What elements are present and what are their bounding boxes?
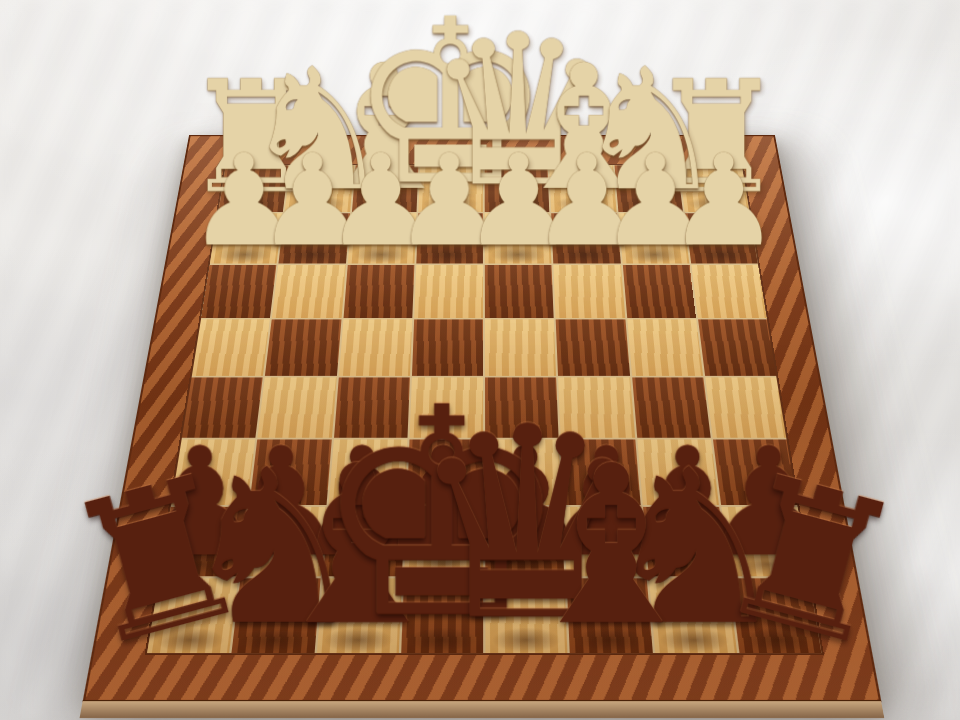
square-d1[interactable]: ♛ [485, 165, 550, 212]
square-e2[interactable]: ♟ [416, 213, 483, 263]
square-e3[interactable] [414, 265, 483, 318]
white-queen[interactable]: ♛ [423, 12, 610, 211]
square-h2[interactable]: ♟ [210, 213, 283, 263]
square-b3[interactable] [622, 265, 695, 318]
white-rook[interactable]: ♜ [648, 64, 786, 211]
piece-contact-shadow [625, 246, 685, 263]
square-c3[interactable] [554, 265, 625, 318]
square-h4[interactable] [192, 319, 270, 376]
piece-contact-shadow [686, 196, 745, 212]
white-pawn[interactable]: ♟ [256, 142, 369, 262]
square-a1[interactable]: ♜ [679, 165, 750, 212]
white-pawn[interactable]: ♟ [599, 142, 712, 262]
white-bishop[interactable]: ♝ [506, 47, 661, 211]
piece-contact-shadow [489, 196, 546, 212]
black-bishop[interactable]: ♝ [513, 443, 709, 651]
piece-contact-shadow [222, 196, 281, 212]
white-pawn[interactable]: ♟ [393, 142, 506, 262]
square-h3[interactable] [201, 265, 276, 318]
white-pawn[interactable]: ♟ [324, 142, 437, 262]
square-a8[interactable]: ♜ [730, 578, 822, 653]
board-side-edge [80, 700, 885, 718]
piece-contact-shadow [693, 246, 754, 263]
piece-contact-shadow [620, 196, 678, 212]
piece-contact-shadow [422, 196, 479, 212]
square-g1[interactable]: ♞ [285, 165, 354, 212]
scene: ♜♞♝♚♛♝♞♜♟♟♟♟♟♟♟♟♟♟♟♟♟♟♟♟♜♞♝♚♛♝♞♜ [0, 0, 960, 720]
piece-contact-shadow [489, 246, 548, 263]
square-c8[interactable]: ♝ [567, 578, 652, 653]
white-knight[interactable]: ♞ [242, 51, 393, 211]
square-e1[interactable]: ♚ [418, 165, 483, 212]
square-d3[interactable] [485, 265, 554, 318]
piece-contact-shadow [355, 196, 413, 212]
piece-contact-shadow [555, 196, 613, 212]
white-pawn[interactable]: ♟ [530, 142, 643, 262]
board-grid: ♜♞♝♚♛♝♞♜♟♟♟♟♟♟♟♟♟♟♟♟♟♟♟♟♜♞♝♚♛♝♞♜ [147, 165, 821, 653]
square-a2[interactable]: ♟ [685, 213, 758, 263]
square-b4[interactable] [627, 319, 703, 376]
square-g3[interactable] [272, 265, 345, 318]
square-a3[interactable] [691, 265, 767, 318]
piece-contact-shadow [289, 196, 347, 212]
square-c1[interactable]: ♝ [549, 165, 616, 212]
white-knight[interactable]: ♞ [575, 51, 726, 211]
white-pawn[interactable]: ♟ [187, 142, 300, 262]
square-f3[interactable] [343, 265, 414, 318]
square-h8[interactable]: ♜ [147, 578, 238, 653]
square-g2[interactable]: ♟ [279, 213, 350, 263]
piece-contact-shadow [214, 246, 275, 263]
chess-board: ♜♞♝♚♛♝♞♜♟♟♟♟♟♟♟♟♟♟♟♟♟♟♟♟♜♞♝♚♛♝♞♜ [83, 135, 882, 702]
square-f1[interactable]: ♝ [351, 165, 418, 212]
white-rook[interactable]: ♜ [182, 64, 320, 211]
piece-contact-shadow [557, 246, 617, 263]
square-a4[interactable] [698, 319, 776, 376]
white-pawn[interactable]: ♟ [461, 142, 574, 262]
piece-contact-shadow [351, 246, 411, 263]
piece-contact-shadow [283, 246, 343, 263]
white-pawn[interactable]: ♟ [667, 142, 780, 262]
square-f2[interactable]: ♟ [347, 213, 416, 263]
square-d2[interactable]: ♟ [485, 213, 552, 263]
piece-contact-shadow [420, 246, 479, 263]
white-bishop[interactable]: ♝ [307, 47, 462, 211]
square-c2[interactable]: ♟ [551, 213, 620, 263]
square-b1[interactable]: ♞ [614, 165, 683, 212]
white-king[interactable]: ♚ [349, 0, 553, 211]
square-h1[interactable]: ♜ [218, 165, 288, 212]
square-b2[interactable]: ♟ [618, 213, 689, 263]
photo-background: ♜♞♝♚♛♝♞♜♟♟♟♟♟♟♟♟♟♟♟♟♟♟♟♟♜♞♝♚♛♝♞♜ [0, 0, 960, 720]
